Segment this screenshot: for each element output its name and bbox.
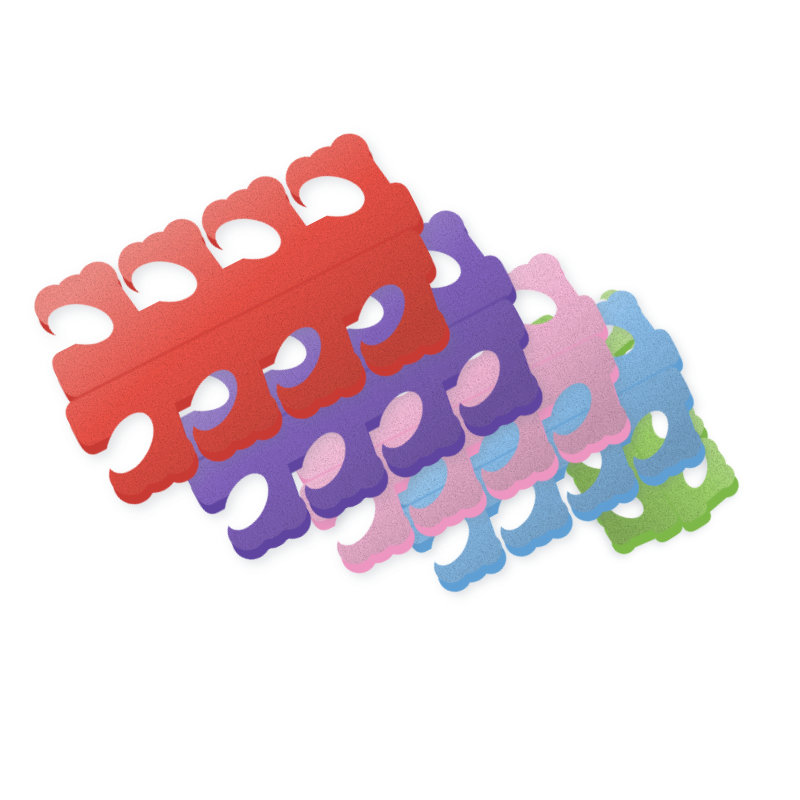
toe-separators-photo <box>0 0 800 800</box>
product-photo-stage <box>0 0 800 800</box>
